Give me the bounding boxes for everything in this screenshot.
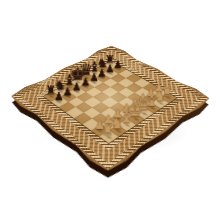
piece-white-rook[interactable]: ♜ xyxy=(94,123,123,137)
chess-board: ♜♟♟♜♞♟♟♞♝♟♟♝♛♟♟♛♚♟♟♚♝♟♟♝♞♟♟♞♜♟♟♜ xyxy=(7,44,213,174)
piece-black-pawn[interactable]: ♟ xyxy=(45,91,71,102)
scene: ♜♟♟♜♞♟♟♞♝♟♟♝♛♟♟♛♚♟♟♚♝♟♟♝♞♟♟♞♜♟♟♜ xyxy=(0,0,220,200)
product-photo: ♜♟♟♜♞♟♟♞♝♟♟♝♛♟♟♛♚♟♟♚♝♟♟♝♞♟♟♞♜♟♟♜ xyxy=(0,0,220,200)
